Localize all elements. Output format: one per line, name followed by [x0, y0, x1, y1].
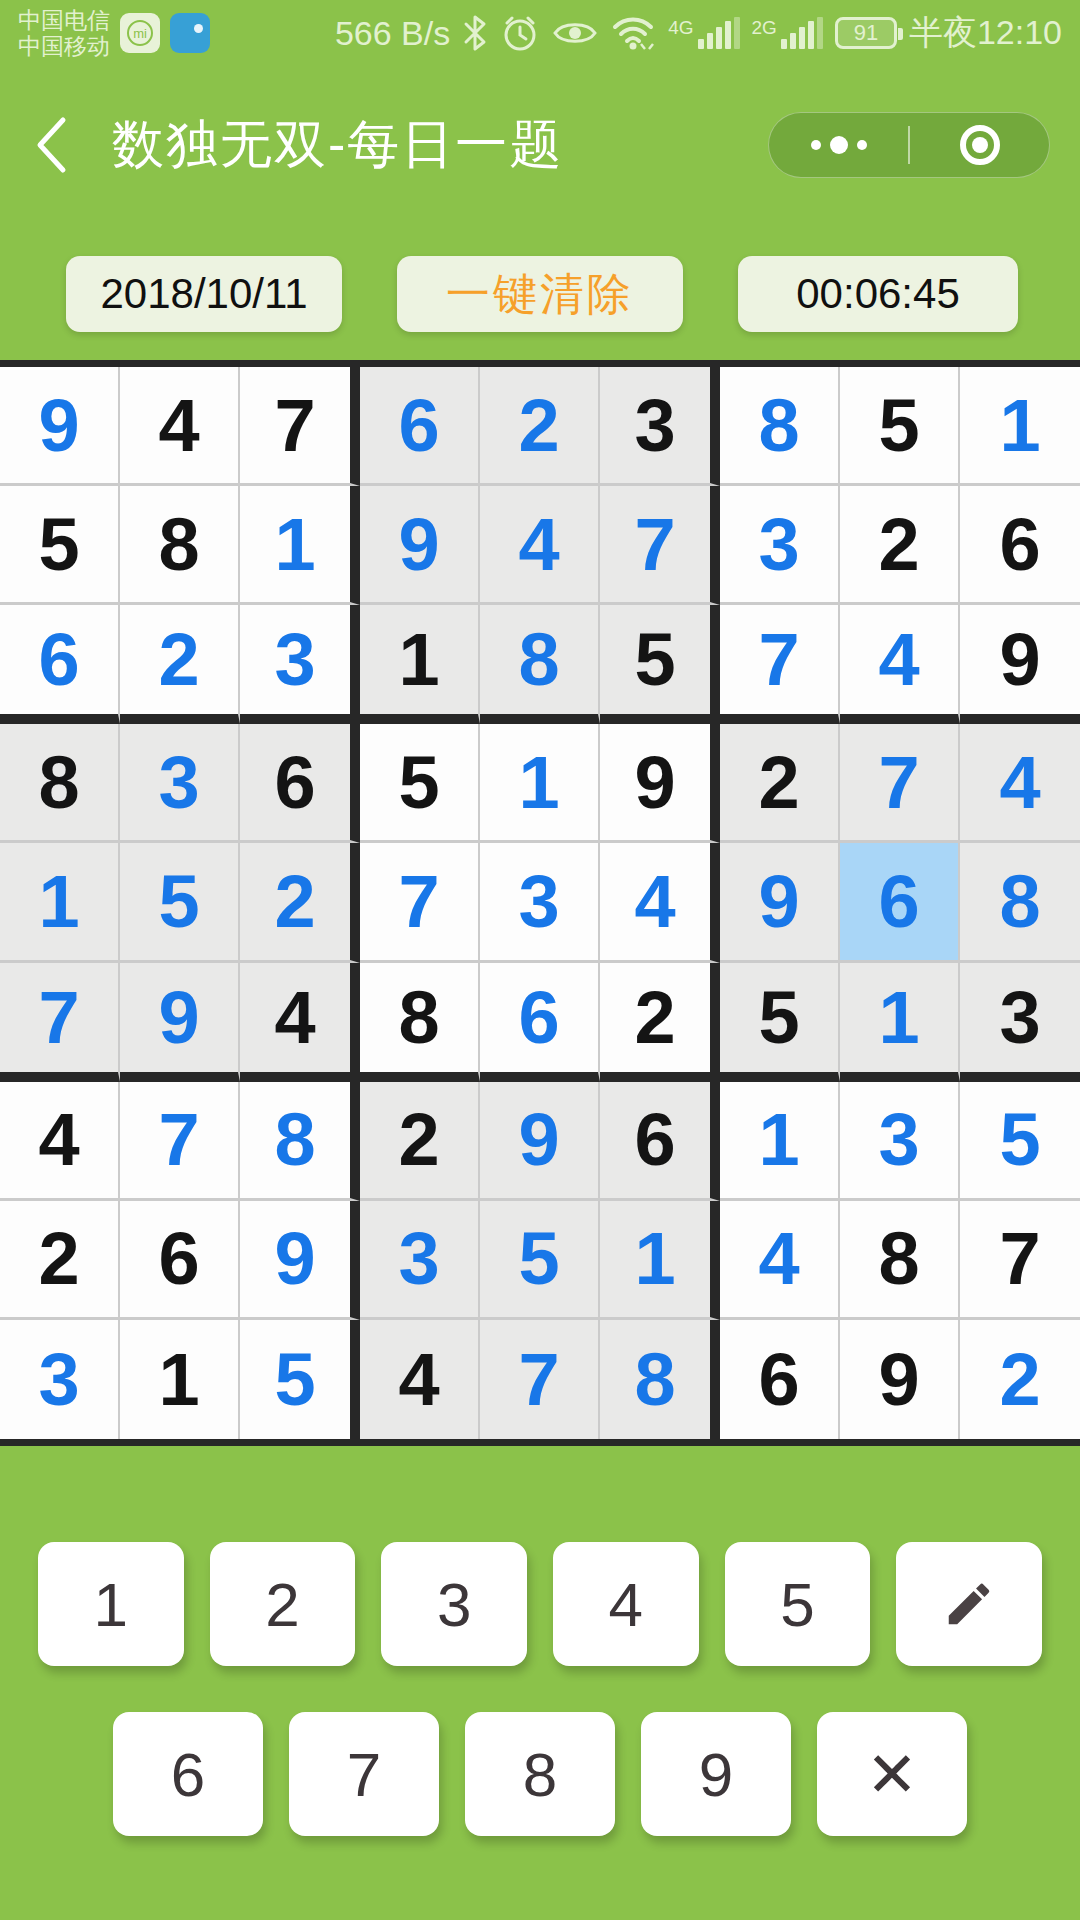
- cell-r1c1[interactable]: 9: [0, 367, 120, 486]
- cell-r1c5[interactable]: 2: [480, 367, 600, 486]
- cell-r4c6[interactable]: 9: [600, 724, 720, 843]
- cell-r9c3[interactable]: 5: [240, 1320, 360, 1439]
- toolbar: 2018/10/11 一键清除 00:06:45: [0, 256, 1080, 332]
- net-speed: 566 B/s: [335, 14, 450, 53]
- cell-r1c3[interactable]: 7: [240, 367, 360, 486]
- cell-r1c7[interactable]: 8: [720, 367, 840, 486]
- sudoku-board: 9476238515819473266231857498365192741527…: [0, 360, 1080, 1446]
- cell-r1c8[interactable]: 5: [840, 367, 960, 486]
- timer-display[interactable]: 00:06:45: [738, 256, 1018, 332]
- battery-icon: 91: [835, 17, 897, 49]
- alarm-icon: [500, 13, 540, 53]
- cell-r3c6[interactable]: 5: [600, 605, 720, 724]
- cell-r7c7[interactable]: 1: [720, 1082, 840, 1201]
- cell-r8c9[interactable]: 7: [960, 1201, 1080, 1320]
- cell-r7c1[interactable]: 4: [0, 1082, 120, 1201]
- signal-sim1: 4G: [668, 17, 739, 49]
- cell-r9c4[interactable]: 4: [360, 1320, 480, 1439]
- cell-r6c5[interactable]: 6: [480, 963, 600, 1082]
- cell-r7c9[interactable]: 5: [960, 1082, 1080, 1201]
- eye-icon: [552, 16, 598, 50]
- signal-sim2: 2G: [752, 17, 823, 49]
- cell-r6c6[interactable]: 2: [600, 963, 720, 1082]
- cell-r4c5[interactable]: 1: [480, 724, 600, 843]
- digit-button-8[interactable]: 8: [465, 1712, 615, 1836]
- cell-r3c1[interactable]: 6: [0, 605, 120, 724]
- cell-r3c7[interactable]: 7: [720, 605, 840, 724]
- carrier-2: 中国移动: [18, 33, 110, 59]
- cell-r5c4[interactable]: 7: [360, 843, 480, 962]
- more-dots-icon: [811, 136, 867, 154]
- cell-r2c5[interactable]: 4: [480, 486, 600, 605]
- whale-app-icon: [170, 13, 210, 53]
- cell-r7c5[interactable]: 9: [480, 1082, 600, 1201]
- cell-r9c2[interactable]: 1: [120, 1320, 240, 1439]
- cell-r4c4[interactable]: 5: [360, 724, 480, 843]
- cell-r2c4[interactable]: 9: [360, 486, 480, 605]
- cell-r9c9[interactable]: 2: [960, 1320, 1080, 1439]
- back-button[interactable]: [34, 110, 90, 180]
- battery-percent: 91: [854, 20, 878, 46]
- cell-r9c5[interactable]: 7: [480, 1320, 600, 1439]
- cell-r1c4[interactable]: 6: [360, 367, 480, 486]
- cell-r7c2[interactable]: 7: [120, 1082, 240, 1201]
- digit-button-5[interactable]: 5: [725, 1542, 871, 1666]
- cell-r8c4[interactable]: 3: [360, 1201, 480, 1320]
- chevron-left-icon: [34, 116, 68, 174]
- cell-r8c2[interactable]: 6: [120, 1201, 240, 1320]
- cell-r4c9[interactable]: 4: [960, 724, 1080, 843]
- cell-r5c3[interactable]: 2: [240, 843, 360, 962]
- cell-r3c5[interactable]: 8: [480, 605, 600, 724]
- cell-r5c8[interactable]: 6: [840, 843, 960, 962]
- cell-r6c3[interactable]: 4: [240, 963, 360, 1082]
- carrier-labels: 中国电信 中国移动: [18, 7, 110, 59]
- cell-r7c6[interactable]: 6: [600, 1082, 720, 1201]
- cell-r5c2[interactable]: 5: [120, 843, 240, 962]
- cell-r6c1[interactable]: 7: [0, 963, 120, 1082]
- cell-r6c4[interactable]: 8: [360, 963, 480, 1082]
- mi-app-icon: mi: [120, 13, 160, 53]
- delete-button[interactable]: ✕: [817, 1712, 967, 1836]
- cell-r4c3[interactable]: 6: [240, 724, 360, 843]
- cell-r1c6[interactable]: 3: [600, 367, 720, 486]
- clear-all-button[interactable]: 一键清除: [397, 256, 683, 332]
- cell-r9c1[interactable]: 3: [0, 1320, 120, 1439]
- cell-r8c8[interactable]: 8: [840, 1201, 960, 1320]
- cell-r6c7[interactable]: 5: [720, 963, 840, 1082]
- digit-button-3[interactable]: 3: [381, 1542, 527, 1666]
- cell-r3c4[interactable]: 1: [360, 605, 480, 724]
- cell-r1c9[interactable]: 1: [960, 367, 1080, 486]
- page-title: 数独无双-每日一题: [112, 110, 563, 180]
- number-pad: 1 2 3 4 5 6 7 8 9 ✕: [0, 1542, 1080, 1836]
- cell-r4c8[interactable]: 7: [840, 724, 960, 843]
- cell-r5c1[interactable]: 1: [0, 843, 120, 962]
- board-wrap: 9476238515819473266231857498365192741527…: [0, 360, 1080, 1446]
- cell-r4c2[interactable]: 3: [120, 724, 240, 843]
- cell-r3c2[interactable]: 2: [120, 605, 240, 724]
- cell-r3c9[interactable]: 9: [960, 605, 1080, 724]
- digit-button-7[interactable]: 7: [289, 1712, 439, 1836]
- date-button[interactable]: 2018/10/11: [66, 256, 342, 332]
- cell-r8c6[interactable]: 1: [600, 1201, 720, 1320]
- pencil-icon: [942, 1577, 996, 1631]
- cell-r2c2[interactable]: 8: [120, 486, 240, 605]
- cell-r4c1[interactable]: 8: [0, 724, 120, 843]
- cell-r5c7[interactable]: 9: [720, 843, 840, 962]
- cell-r5c5[interactable]: 3: [480, 843, 600, 962]
- cell-r6c8[interactable]: 1: [840, 963, 960, 1082]
- cell-r3c8[interactable]: 4: [840, 605, 960, 724]
- cell-r8c5[interactable]: 5: [480, 1201, 600, 1320]
- cell-r1c2[interactable]: 4: [120, 367, 240, 486]
- cell-r3c3[interactable]: 3: [240, 605, 360, 724]
- cell-r4c7[interactable]: 2: [720, 724, 840, 843]
- bluetooth-icon: [462, 14, 488, 52]
- status-bar: 中国电信 中国移动 mi 566 B/s 4G: [0, 0, 1080, 62]
- digit-button-6[interactable]: 6: [113, 1712, 263, 1836]
- cell-r9c6[interactable]: 8: [600, 1320, 720, 1439]
- cell-r7c4[interactable]: 2: [360, 1082, 480, 1201]
- cell-r2c6[interactable]: 7: [600, 486, 720, 605]
- cell-r2c9[interactable]: 6: [960, 486, 1080, 605]
- cell-r8c3[interactable]: 9: [240, 1201, 360, 1320]
- cell-r2c1[interactable]: 5: [0, 486, 120, 605]
- digit-button-4[interactable]: 4: [553, 1542, 699, 1666]
- pencil-button[interactable]: [896, 1542, 1042, 1666]
- cell-r9c8[interactable]: 9: [840, 1320, 960, 1439]
- cell-r9c7[interactable]: 6: [720, 1320, 840, 1439]
- cell-r5c9[interactable]: 8: [960, 843, 1080, 962]
- cell-r6c2[interactable]: 9: [120, 963, 240, 1082]
- cell-r6c9[interactable]: 3: [960, 963, 1080, 1082]
- record-circle-icon: [960, 125, 1000, 165]
- cell-r8c1[interactable]: 2: [0, 1201, 120, 1320]
- cell-r5c6[interactable]: 4: [600, 843, 720, 962]
- miniprogram-capsule: [768, 112, 1050, 178]
- wifi-icon: [610, 14, 656, 52]
- carrier-1: 中国电信: [18, 7, 110, 33]
- digit-button-9[interactable]: 9: [641, 1712, 791, 1836]
- more-button[interactable]: [769, 113, 908, 177]
- digit-button-2[interactable]: 2: [210, 1542, 356, 1666]
- cell-r2c8[interactable]: 2: [840, 486, 960, 605]
- cell-r7c8[interactable]: 3: [840, 1082, 960, 1201]
- cell-r8c7[interactable]: 4: [720, 1201, 840, 1320]
- digit-button-1[interactable]: 1: [38, 1542, 184, 1666]
- cell-r7c3[interactable]: 8: [240, 1082, 360, 1201]
- cell-r2c3[interactable]: 1: [240, 486, 360, 605]
- clock-time: 半夜12:10: [909, 10, 1062, 56]
- cell-r2c7[interactable]: 3: [720, 486, 840, 605]
- close-button[interactable]: [910, 113, 1049, 177]
- nav-bar: 数独无双-每日一题: [0, 62, 1080, 228]
